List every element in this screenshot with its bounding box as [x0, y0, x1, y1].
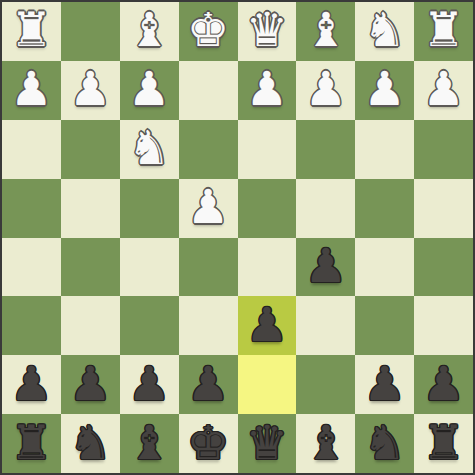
square-g8[interactable]: ♞: [61, 414, 120, 473]
square-e7[interactable]: ♟: [179, 355, 238, 414]
square-d1[interactable]: ♛: [238, 2, 297, 61]
black-pawn[interactable]: ♟: [246, 301, 288, 351]
square-e4[interactable]: ♟: [179, 179, 238, 238]
square-g3[interactable]: [61, 120, 120, 179]
white-pawn[interactable]: ♟: [10, 65, 52, 115]
square-b6[interactable]: [355, 296, 414, 355]
black-king[interactable]: ♚: [187, 419, 229, 469]
black-knight[interactable]: ♞: [364, 419, 406, 469]
square-c3[interactable]: [296, 120, 355, 179]
square-d4[interactable]: [238, 179, 297, 238]
black-pawn[interactable]: ♟: [364, 360, 406, 410]
square-c5[interactable]: ♟: [296, 238, 355, 297]
white-pawn[interactable]: ♟: [246, 65, 288, 115]
square-h2[interactable]: ♟: [2, 61, 61, 120]
white-pawn[interactable]: ♟: [69, 65, 111, 115]
square-e1[interactable]: ♚: [179, 2, 238, 61]
white-pawn[interactable]: ♟: [128, 65, 170, 115]
square-e5[interactable]: [179, 238, 238, 297]
square-g4[interactable]: [61, 179, 120, 238]
black-rook[interactable]: ♜: [10, 419, 52, 469]
square-e2[interactable]: [179, 61, 238, 120]
square-a4[interactable]: [414, 179, 473, 238]
black-knight[interactable]: ♞: [69, 419, 111, 469]
black-pawn[interactable]: ♟: [128, 360, 170, 410]
square-a2[interactable]: ♟: [414, 61, 473, 120]
square-h3[interactable]: [2, 120, 61, 179]
chess-board-container: ♜♝♚♛♝♞♜♟♟♟♟♟♟♟♞♟♟♟♟♟♟♟♟♟♜♞♝♚♛♝♞♜: [0, 0, 475, 475]
white-bishop[interactable]: ♝: [305, 6, 347, 56]
square-a6[interactable]: [414, 296, 473, 355]
square-c7[interactable]: [296, 355, 355, 414]
white-rook[interactable]: ♜: [10, 6, 52, 56]
square-d3[interactable]: [238, 120, 297, 179]
square-a5[interactable]: [414, 238, 473, 297]
white-pawn[interactable]: ♟: [364, 65, 406, 115]
white-bishop[interactable]: ♝: [128, 6, 170, 56]
square-f8[interactable]: ♝: [120, 414, 179, 473]
square-f4[interactable]: [120, 179, 179, 238]
square-d8[interactable]: ♛: [238, 414, 297, 473]
square-b5[interactable]: [355, 238, 414, 297]
square-f3[interactable]: ♞: [120, 120, 179, 179]
white-queen[interactable]: ♛: [246, 6, 288, 56]
square-c1[interactable]: ♝: [296, 2, 355, 61]
white-pawn[interactable]: ♟: [305, 65, 347, 115]
square-d2[interactable]: ♟: [238, 61, 297, 120]
black-pawn[interactable]: ♟: [187, 360, 229, 410]
white-knight[interactable]: ♞: [128, 124, 170, 174]
black-pawn[interactable]: ♟: [69, 360, 111, 410]
square-g2[interactable]: ♟: [61, 61, 120, 120]
square-g7[interactable]: ♟: [61, 355, 120, 414]
square-f2[interactable]: ♟: [120, 61, 179, 120]
square-d5[interactable]: [238, 238, 297, 297]
square-c6[interactable]: [296, 296, 355, 355]
square-b1[interactable]: ♞: [355, 2, 414, 61]
black-queen[interactable]: ♛: [246, 419, 288, 469]
square-b8[interactable]: ♞: [355, 414, 414, 473]
square-d6[interactable]: ♟: [238, 296, 297, 355]
square-h8[interactable]: ♜: [2, 414, 61, 473]
white-pawn[interactable]: ♟: [187, 183, 229, 233]
square-b7[interactable]: ♟: [355, 355, 414, 414]
square-f7[interactable]: ♟: [120, 355, 179, 414]
square-h7[interactable]: ♟: [2, 355, 61, 414]
white-rook[interactable]: ♜: [422, 6, 464, 56]
square-g1[interactable]: [61, 2, 120, 61]
square-h1[interactable]: ♜: [2, 2, 61, 61]
square-e3[interactable]: [179, 120, 238, 179]
square-f6[interactable]: [120, 296, 179, 355]
black-pawn[interactable]: ♟: [422, 360, 464, 410]
black-bishop[interactable]: ♝: [128, 419, 170, 469]
square-a3[interactable]: [414, 120, 473, 179]
square-c8[interactable]: ♝: [296, 414, 355, 473]
black-pawn[interactable]: ♟: [10, 360, 52, 410]
square-g6[interactable]: [61, 296, 120, 355]
white-king[interactable]: ♚: [187, 6, 229, 56]
black-pawn[interactable]: ♟: [305, 242, 347, 292]
square-a1[interactable]: ♜: [414, 2, 473, 61]
square-h4[interactable]: [2, 179, 61, 238]
square-e6[interactable]: [179, 296, 238, 355]
square-b2[interactable]: ♟: [355, 61, 414, 120]
square-e8[interactable]: ♚: [179, 414, 238, 473]
square-b3[interactable]: [355, 120, 414, 179]
square-a7[interactable]: ♟: [414, 355, 473, 414]
square-f1[interactable]: ♝: [120, 2, 179, 61]
square-c4[interactable]: [296, 179, 355, 238]
square-h6[interactable]: [2, 296, 61, 355]
square-a8[interactable]: ♜: [414, 414, 473, 473]
square-d7[interactable]: [238, 355, 297, 414]
white-knight[interactable]: ♞: [364, 6, 406, 56]
square-b4[interactable]: [355, 179, 414, 238]
square-h5[interactable]: [2, 238, 61, 297]
black-rook[interactable]: ♜: [422, 419, 464, 469]
square-c2[interactable]: ♟: [296, 61, 355, 120]
black-bishop[interactable]: ♝: [305, 419, 347, 469]
white-pawn[interactable]: ♟: [422, 65, 464, 115]
square-f5[interactable]: [120, 238, 179, 297]
square-g5[interactable]: [61, 238, 120, 297]
chess-board: ♜♝♚♛♝♞♜♟♟♟♟♟♟♟♞♟♟♟♟♟♟♟♟♟♜♞♝♚♛♝♞♜: [0, 0, 475, 475]
